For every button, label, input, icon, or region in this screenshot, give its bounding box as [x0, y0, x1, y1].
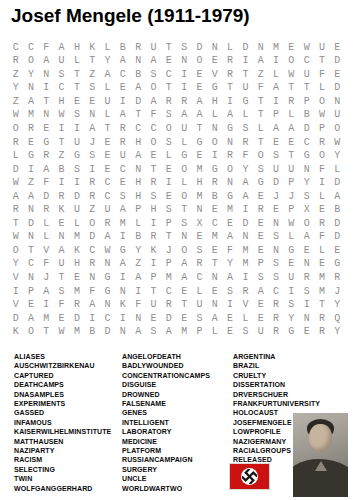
letter-cell: T — [314, 55, 329, 69]
letter-cell: R — [299, 271, 314, 285]
letter-cell: M — [69, 231, 84, 245]
letter-cell: S — [284, 298, 299, 312]
letter-cell: I — [131, 285, 146, 299]
letter-cell: P — [284, 176, 299, 190]
letter-cell: T — [39, 325, 54, 339]
letter-cell: S — [161, 136, 176, 150]
letter-cell: E — [146, 312, 161, 326]
letter-cell: V — [207, 68, 222, 82]
letter-cell: G — [100, 271, 115, 285]
letter-cell: A — [330, 190, 345, 204]
word-item: INFAMOUS — [14, 418, 111, 427]
word-item: WORLDWARTWO — [122, 484, 210, 493]
letter-cell: R — [85, 258, 100, 272]
letter-cell: Y — [8, 258, 23, 272]
word-list-column-2: ANGELOFDEATHBADLYWOUNDEDCONCENTRATIONCAM… — [122, 352, 210, 493]
letter-cell: X — [192, 217, 207, 231]
letter-cell: E — [100, 149, 115, 163]
letter-cell: U — [192, 298, 207, 312]
word-item: GASSED — [14, 408, 111, 417]
letter-cell: L — [39, 217, 54, 231]
letter-cell: A — [8, 190, 23, 204]
letter-cell: G — [207, 82, 222, 96]
letter-cell: R — [222, 68, 237, 82]
letter-cell: U — [146, 41, 161, 55]
letter-cell: O — [8, 122, 23, 136]
letter-cell: H — [192, 176, 207, 190]
letter-cell: U — [100, 95, 115, 109]
word-item: AUSCHWITZBIRKENAU — [14, 361, 111, 370]
letter-cell: E — [314, 204, 329, 218]
letter-cell: I — [54, 122, 69, 136]
letter-cell: I — [177, 68, 192, 82]
letter-cell: A — [207, 312, 222, 326]
letter-cell: I — [115, 231, 130, 245]
word-item: ANGELOFDEATH — [122, 352, 210, 361]
letter-cell: W — [330, 136, 345, 150]
letter-cell: F — [54, 298, 69, 312]
letter-cell: E — [161, 190, 176, 204]
letter-cell: U — [314, 41, 329, 55]
mengele-portrait-photo — [293, 413, 348, 497]
letter-cell: D — [85, 231, 100, 245]
letter-cell: T — [8, 217, 23, 231]
letter-cell: M — [207, 231, 222, 245]
letter-cell: I — [207, 149, 222, 163]
letter-cell: G — [177, 149, 192, 163]
letter-cell: I — [222, 298, 237, 312]
letter-cell: Y — [131, 244, 146, 258]
letter-cell: G — [207, 163, 222, 177]
letter-cell: S — [222, 285, 237, 299]
letter-cell: A — [161, 325, 176, 339]
letter-cell: C — [268, 285, 283, 299]
letter-cell: M — [192, 190, 207, 204]
letter-cell: R — [131, 41, 146, 55]
letter-cell: F — [39, 41, 54, 55]
word-item: CAPTURED — [14, 371, 111, 380]
letter-cell: M — [39, 312, 54, 326]
letter-cell: C — [100, 176, 115, 190]
letter-cell: E — [207, 244, 222, 258]
letter-cell: G — [330, 258, 345, 272]
letter-cell: F — [238, 149, 253, 163]
letter-cell: E — [284, 136, 299, 150]
letter-cell: R — [222, 55, 237, 69]
letter-cell: C — [115, 163, 130, 177]
letter-cell: G — [39, 136, 54, 150]
letter-cell: L — [238, 109, 253, 123]
letter-cell: L — [253, 122, 268, 136]
word-item: DRVERSCHUER — [233, 390, 320, 399]
letter-cell: E — [192, 231, 207, 245]
letter-cell: C — [100, 312, 115, 326]
letter-cell: S — [161, 204, 176, 218]
letter-cell: C — [161, 68, 176, 82]
letter-cell: L — [39, 231, 54, 245]
letter-cell: A — [192, 109, 207, 123]
letter-cell: Y — [100, 55, 115, 69]
letter-cell: L — [222, 41, 237, 55]
letter-cell: B — [299, 109, 314, 123]
letter-cell: A — [177, 258, 192, 272]
letter-cell: N — [268, 244, 283, 258]
word-item: INTELLIGENT — [122, 418, 210, 427]
letter-cell: S — [177, 217, 192, 231]
letter-cell: J — [39, 271, 54, 285]
letter-cell: Z — [54, 149, 69, 163]
letter-cell: J — [330, 285, 345, 299]
letter-cell: G — [299, 149, 314, 163]
letter-cell: L — [314, 82, 329, 96]
letter-cell: E — [85, 95, 100, 109]
letter-cell: R — [161, 95, 176, 109]
letter-cell: U — [177, 122, 192, 136]
letter-cell: R — [314, 217, 329, 231]
letter-cell: U — [268, 163, 283, 177]
letter-cell: E — [253, 298, 268, 312]
letter-cell: E — [69, 271, 84, 285]
letter-cell: L — [207, 325, 222, 339]
letter-cell: B — [131, 68, 146, 82]
letter-cell: G — [222, 190, 237, 204]
letter-cell: A — [131, 82, 146, 96]
letter-cell: E — [192, 68, 207, 82]
letter-cell: O — [23, 325, 38, 339]
letter-cell: Y — [284, 312, 299, 326]
letter-cell: E — [330, 68, 345, 82]
letter-cell: A — [23, 190, 38, 204]
letter-cell: M — [115, 217, 130, 231]
letter-cell: L — [192, 285, 207, 299]
letter-cell: A — [177, 271, 192, 285]
letter-cell: S — [253, 163, 268, 177]
letter-cell: U — [146, 298, 161, 312]
letter-cell: L — [177, 136, 192, 150]
letter-cell: E — [330, 41, 345, 55]
letter-cell: E — [284, 258, 299, 272]
letter-cell: Z — [131, 258, 146, 272]
letter-cell: I — [39, 82, 54, 96]
letter-cell: E — [177, 285, 192, 299]
letter-cell: I — [115, 271, 130, 285]
letter-cell: N — [23, 82, 38, 96]
letter-cell: E — [222, 217, 237, 231]
letter-cell: D — [330, 82, 345, 96]
word-item: DROWNED — [122, 390, 210, 399]
letter-cell: N — [115, 285, 130, 299]
letter-cell: R — [268, 325, 283, 339]
letter-cell: H — [131, 190, 146, 204]
letter-cell: R — [54, 190, 69, 204]
word-item: BRAZIL — [233, 361, 320, 370]
letter-cell: R — [192, 258, 207, 272]
letter-cell: I — [268, 95, 283, 109]
letter-cell: E — [23, 298, 38, 312]
word-item: PLATFORM — [122, 446, 210, 455]
letter-cell: P — [253, 258, 268, 272]
letter-cell: A — [100, 231, 115, 245]
letter-cell: K — [54, 204, 69, 218]
letter-cell: R — [23, 122, 38, 136]
letter-cell: C — [161, 285, 176, 299]
letter-cell: W — [284, 68, 299, 82]
letter-cell: I — [146, 258, 161, 272]
letter-cell: A — [268, 82, 283, 96]
letter-cell: N — [299, 258, 314, 272]
letter-cell: E — [253, 231, 268, 245]
letter-cell: V — [238, 298, 253, 312]
letter-cell: C — [8, 41, 23, 55]
letter-cell: R — [268, 298, 283, 312]
face-shape — [309, 424, 332, 452]
letter-cell: T — [192, 122, 207, 136]
letter-cell: R — [314, 312, 329, 326]
letter-cell: S — [268, 149, 283, 163]
letter-cell: P — [161, 217, 176, 231]
letter-cell: A — [222, 271, 237, 285]
letter-cell: B — [207, 190, 222, 204]
letter-cell: R — [238, 285, 253, 299]
letter-cell: Y — [330, 298, 345, 312]
letter-cell: F — [222, 244, 237, 258]
letter-cell: Y — [222, 258, 237, 272]
letter-cell: Z — [85, 68, 100, 82]
letter-cell: P — [192, 325, 207, 339]
letter-cell: T — [161, 82, 176, 96]
letter-cell: T — [69, 68, 84, 82]
letter-cell: P — [314, 122, 329, 136]
letter-cell: C — [23, 41, 38, 55]
letter-cell: I — [115, 312, 130, 326]
letter-cell: G — [238, 95, 253, 109]
letter-cell: N — [23, 271, 38, 285]
letter-cell: D — [330, 217, 345, 231]
letter-cell: S — [54, 68, 69, 82]
letter-cell: U — [284, 163, 299, 177]
letter-cell: F — [314, 163, 329, 177]
letter-cell: L — [131, 217, 146, 231]
letter-cell: N — [177, 231, 192, 245]
letter-cell: K — [115, 298, 130, 312]
letter-cell: O — [222, 163, 237, 177]
letter-cell: I — [54, 176, 69, 190]
letter-cell: Q — [330, 312, 345, 326]
letter-cell: U — [284, 271, 299, 285]
word-item: TWIN — [14, 474, 111, 483]
letter-cell: D — [238, 217, 253, 231]
letter-cell: C — [299, 136, 314, 150]
letter-cell: S — [238, 325, 253, 339]
letter-cell: Y — [8, 82, 23, 96]
letter-cell: F — [39, 176, 54, 190]
letter-cell: M — [238, 244, 253, 258]
letter-cell: R — [284, 95, 299, 109]
letter-cell: N — [192, 204, 207, 218]
word-item: DISGUISE — [122, 380, 210, 389]
letter-cell: T — [39, 95, 54, 109]
word-item: CRUELTY — [233, 371, 320, 380]
letter-cell: R — [207, 176, 222, 190]
word-search-grid: CCFAHKLBRUTSDNLDNMEWUEROAULTYANAENOERIAI… — [8, 41, 345, 339]
letter-cell: M — [69, 285, 84, 299]
letter-cell: L — [284, 109, 299, 123]
letter-cell: E — [253, 244, 268, 258]
letter-cell: F — [39, 258, 54, 272]
letter-cell: L — [238, 312, 253, 326]
letter-cell: O — [207, 136, 222, 150]
letter-cell: R — [100, 217, 115, 231]
swastika-icon — [242, 469, 257, 484]
letter-cell: S — [268, 258, 283, 272]
letter-cell: I — [161, 176, 176, 190]
letter-cell: B — [330, 204, 345, 218]
letter-cell: U — [238, 82, 253, 96]
letter-cell: N — [85, 271, 100, 285]
letter-cell: E — [54, 312, 69, 326]
letter-cell: J — [85, 136, 100, 150]
letter-cell: S — [177, 41, 192, 55]
letter-cell: I — [23, 163, 38, 177]
letter-cell: O — [85, 217, 100, 231]
letter-cell: A — [131, 325, 146, 339]
letter-cell: N — [115, 325, 130, 339]
letter-cell: F — [85, 285, 100, 299]
letter-cell: H — [146, 204, 161, 218]
letter-cell: O — [177, 190, 192, 204]
letter-cell: A — [222, 109, 237, 123]
letter-cell: B — [131, 231, 146, 245]
letter-cell: E — [207, 55, 222, 69]
letter-cell: T — [146, 285, 161, 299]
letter-cell: I — [177, 82, 192, 96]
letter-cell: T — [161, 41, 176, 55]
letter-cell: N — [39, 68, 54, 82]
letter-cell: D — [23, 217, 38, 231]
letter-cell: D — [268, 176, 283, 190]
letter-cell: D — [69, 312, 84, 326]
letter-cell: F — [146, 109, 161, 123]
letter-cell: C — [115, 68, 130, 82]
letter-cell: N — [85, 109, 100, 123]
nazi-flag — [229, 463, 270, 490]
word-item: GENES — [122, 408, 210, 417]
word-item: MEDICINE — [122, 437, 210, 446]
letter-cell: Y — [330, 149, 345, 163]
letter-cell: R — [268, 312, 283, 326]
letter-cell: L — [69, 217, 84, 231]
letter-cell: C — [54, 82, 69, 96]
letter-cell: U — [100, 204, 115, 218]
letter-cell: P — [146, 271, 161, 285]
letter-cell: L — [69, 55, 84, 69]
letter-cell: S — [161, 109, 176, 123]
letter-cell: A — [146, 95, 161, 109]
letter-cell: N — [100, 258, 115, 272]
letter-cell: R — [85, 176, 100, 190]
letter-cell: A — [238, 190, 253, 204]
letter-cell: A — [85, 298, 100, 312]
letter-cell: Y — [238, 163, 253, 177]
letter-cell: J — [284, 190, 299, 204]
letter-cell: S — [299, 285, 314, 299]
letter-cell: X — [299, 204, 314, 218]
letter-cell: N — [23, 204, 38, 218]
letter-cell: U — [253, 325, 268, 339]
letter-cell: L — [207, 109, 222, 123]
letter-cell: P — [23, 285, 38, 299]
letter-cell: D — [330, 176, 345, 190]
letter-cell: I — [85, 163, 100, 177]
letter-cell: R — [330, 271, 345, 285]
letter-cell: E — [207, 285, 222, 299]
letter-cell: I — [238, 204, 253, 218]
letter-cell: N — [23, 231, 38, 245]
letter-cell: I — [299, 298, 314, 312]
letter-cell: E — [69, 95, 84, 109]
letter-cell: C — [85, 244, 100, 258]
letter-cell: A — [177, 109, 192, 123]
letter-cell: I — [146, 217, 161, 231]
letter-cell: M — [23, 109, 38, 123]
letter-cell: M — [314, 285, 329, 299]
letter-cell: P — [161, 258, 176, 272]
word-item: UNCLE — [122, 474, 210, 483]
letter-cell: I — [222, 95, 237, 109]
letter-cell: T — [222, 82, 237, 96]
page-title: Josef Mengele (1911-1979) — [11, 5, 250, 27]
letter-cell: T — [253, 109, 268, 123]
letter-cell: D — [238, 41, 253, 55]
letter-cell: O — [146, 82, 161, 96]
letter-cell: D — [161, 312, 176, 326]
letter-cell: O — [177, 163, 192, 177]
letter-cell: O — [314, 95, 329, 109]
letter-cell: A — [39, 285, 54, 299]
letter-cell: L — [314, 244, 329, 258]
letter-cell: U — [115, 149, 130, 163]
letter-cell: C — [100, 190, 115, 204]
letter-cell: L — [268, 68, 283, 82]
letter-cell: I — [69, 122, 84, 136]
letter-cell: E — [54, 217, 69, 231]
letter-cell: C — [146, 122, 161, 136]
letter-cell: D — [8, 312, 23, 326]
letter-cell: P — [284, 204, 299, 218]
word-item: EXPERIMENTS — [14, 399, 111, 408]
letter-cell: S — [253, 271, 268, 285]
letter-cell: T — [54, 136, 69, 150]
letter-cell: L — [8, 149, 23, 163]
letter-cell: P — [131, 204, 146, 218]
word-item: DISSERTATION — [233, 380, 320, 389]
letter-cell: R — [39, 149, 54, 163]
letter-cell: E — [299, 325, 314, 339]
letter-cell: Z — [85, 204, 100, 218]
word-item: FRANKFURTUNIVERSITY — [233, 399, 320, 408]
letter-cell: Y — [330, 325, 345, 339]
word-item: RUSSIANCAMPAIGN — [122, 455, 210, 464]
letter-cell: K — [69, 244, 84, 258]
letter-cell: T — [284, 149, 299, 163]
letter-cell: M — [161, 271, 176, 285]
letter-cell: S — [146, 68, 161, 82]
letter-cell: J — [268, 190, 283, 204]
letter-cell: S — [69, 109, 84, 123]
letter-cell: W — [314, 109, 329, 123]
letter-cell: L — [100, 109, 115, 123]
letter-cell: O — [192, 55, 207, 69]
